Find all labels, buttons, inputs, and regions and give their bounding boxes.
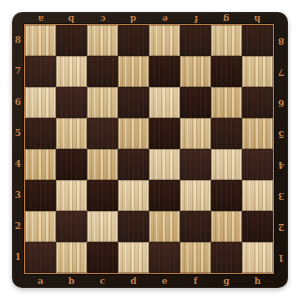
square-h5[interactable] [242,118,273,149]
rank-label-right-6: 6 [274,87,288,118]
square-d7[interactable] [118,56,149,87]
rank-label-right-1: 1 [274,242,288,273]
file-label-top-a: a [25,12,56,24]
square-d2[interactable] [118,211,149,242]
rank-label-right-8: 8 [274,25,288,56]
rank-label-left-1: 1 [12,242,24,273]
square-c3[interactable] [87,180,118,211]
rank-label-left-6: 6 [12,87,24,118]
square-b3[interactable] [56,180,87,211]
square-h8[interactable] [242,25,273,56]
square-d4[interactable] [118,149,149,180]
square-f5[interactable] [180,118,211,149]
square-c8[interactable] [87,25,118,56]
rank-label-right-2: 2 [274,211,288,242]
square-a4[interactable] [25,149,56,180]
square-g6[interactable] [211,87,242,118]
square-e5[interactable] [149,118,180,149]
square-e2[interactable] [149,211,180,242]
square-h1[interactable] [242,242,273,273]
board-playing-area [24,24,274,274]
square-f4[interactable] [180,149,211,180]
file-label-bottom-c: c [87,274,118,288]
square-g3[interactable] [211,180,242,211]
square-g8[interactable] [211,25,242,56]
square-b7[interactable] [56,56,87,87]
file-label-bottom-g: g [211,274,242,288]
square-f6[interactable] [180,87,211,118]
square-e1[interactable] [149,242,180,273]
square-e8[interactable] [149,25,180,56]
square-a6[interactable] [25,87,56,118]
file-label-top-f: f [180,12,211,24]
square-b5[interactable] [56,118,87,149]
square-c4[interactable] [87,149,118,180]
rank-label-left-8: 8 [12,25,24,56]
square-d1[interactable] [118,242,149,273]
square-c2[interactable] [87,211,118,242]
square-g4[interactable] [211,149,242,180]
square-e7[interactable] [149,56,180,87]
file-label-top-d: d [118,12,149,24]
square-a3[interactable] [25,180,56,211]
file-label-bottom-f: f [180,274,211,288]
square-b4[interactable] [56,149,87,180]
square-g5[interactable] [211,118,242,149]
rank-label-left-2: 2 [12,211,24,242]
rank-label-left-7: 7 [12,56,24,87]
rank-labels-left: 87654321 [12,25,24,273]
rank-label-left-3: 3 [12,180,24,211]
square-a8[interactable] [25,25,56,56]
rank-label-left-4: 4 [12,149,24,180]
square-e6[interactable] [149,87,180,118]
square-a2[interactable] [25,211,56,242]
square-c6[interactable] [87,87,118,118]
square-d5[interactable] [118,118,149,149]
square-c1[interactable] [87,242,118,273]
square-a5[interactable] [25,118,56,149]
photo-background: abcdefgh abcdefgh 87654321 87654321 [0,0,300,300]
file-label-top-g: g [211,12,242,24]
square-f7[interactable] [180,56,211,87]
rank-label-right-5: 5 [274,118,288,149]
square-h7[interactable] [242,56,273,87]
file-labels-top: abcdefgh [25,12,273,24]
file-label-bottom-d: d [118,274,149,288]
rank-label-right-7: 7 [274,56,288,87]
rank-labels-right: 87654321 [274,25,288,273]
square-f2[interactable] [180,211,211,242]
rank-label-left-5: 5 [12,118,24,149]
square-b8[interactable] [56,25,87,56]
square-e4[interactable] [149,149,180,180]
square-a7[interactable] [25,56,56,87]
file-label-bottom-b: b [56,274,87,288]
square-h3[interactable] [242,180,273,211]
file-label-top-c: c [87,12,118,24]
rank-label-right-4: 4 [274,149,288,180]
file-label-bottom-e: e [149,274,180,288]
chess-board: abcdefgh abcdefgh 87654321 87654321 [12,12,288,288]
file-label-top-e: e [149,12,180,24]
square-b2[interactable] [56,211,87,242]
square-d6[interactable] [118,87,149,118]
square-f3[interactable] [180,180,211,211]
square-a1[interactable] [25,242,56,273]
square-g7[interactable] [211,56,242,87]
board-grid [25,25,273,273]
rank-label-right-3: 3 [274,180,288,211]
file-label-bottom-h: h [242,274,273,288]
square-d8[interactable] [118,25,149,56]
square-h6[interactable] [242,87,273,118]
square-b1[interactable] [56,242,87,273]
square-g2[interactable] [211,211,242,242]
square-h2[interactable] [242,211,273,242]
file-label-top-h: h [242,12,273,24]
square-f1[interactable] [180,242,211,273]
file-labels-bottom: abcdefgh [25,274,273,288]
square-c7[interactable] [87,56,118,87]
square-e3[interactable] [149,180,180,211]
square-b6[interactable] [56,87,87,118]
square-g1[interactable] [211,242,242,273]
square-c5[interactable] [87,118,118,149]
square-f8[interactable] [180,25,211,56]
file-label-top-b: b [56,12,87,24]
square-d3[interactable] [118,180,149,211]
square-h4[interactable] [242,149,273,180]
file-label-bottom-a: a [25,274,56,288]
